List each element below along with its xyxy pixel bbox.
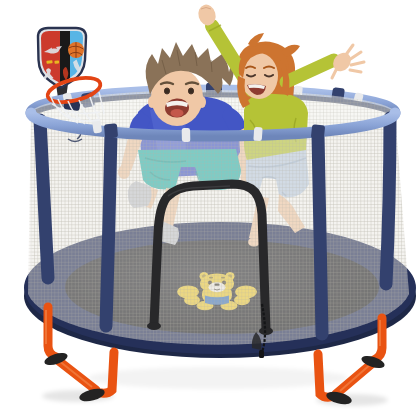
girl-arm-right-raised: [286, 45, 364, 82]
product-photo: [0, 0, 416, 416]
arch-foot-left: [147, 322, 161, 330]
trampoline-scene: [0, 0, 416, 416]
enclosure-net-front: [28, 113, 409, 345]
boy-eye-left: [164, 88, 169, 94]
basketball-graphic: [68, 42, 84, 58]
zipper-pull: [259, 350, 264, 358]
pole-sleeve-right-edge: [386, 118, 390, 284]
boy-eye-right: [188, 88, 193, 94]
basketball-hoop-backboard: [38, 28, 86, 98]
pole-sleeve-left-edge: [40, 120, 48, 278]
pole-sleeve-right-mid: [318, 135, 322, 334]
pole-sleeve-left-mid: [106, 133, 111, 326]
